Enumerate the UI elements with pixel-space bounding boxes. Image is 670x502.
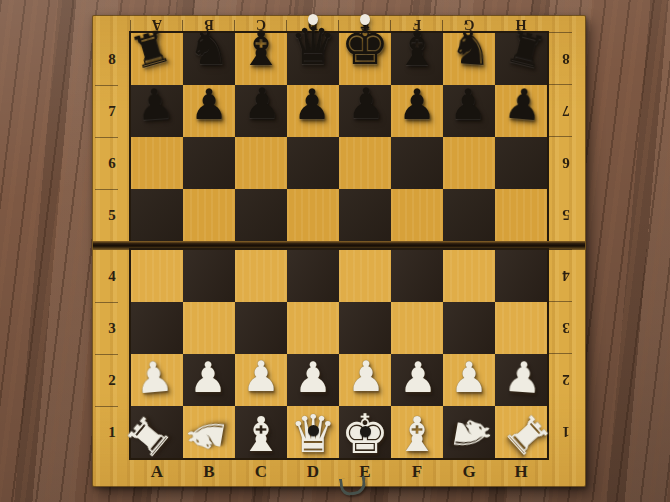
black-pawn[interactable]: ♟ xyxy=(495,77,551,133)
square-f2[interactable]: ♟ xyxy=(391,354,443,406)
rank-label-right-3: 3 xyxy=(547,302,585,354)
black-knight[interactable]: ♞ xyxy=(443,20,499,76)
square-f1[interactable]: ♝ xyxy=(391,406,443,458)
square-h3[interactable] xyxy=(495,302,547,354)
square-e2[interactable]: ♟ xyxy=(339,354,391,406)
rank-label-left-7: 7 xyxy=(93,85,131,137)
white-bishop[interactable]: ♝ xyxy=(235,408,287,460)
white-pawn[interactable]: ♟ xyxy=(392,352,444,404)
finial-ball-icon xyxy=(308,14,318,25)
square-g1[interactable]: ♞ xyxy=(443,406,495,458)
square-d1[interactable]: ♛ xyxy=(287,406,339,458)
board-hinge-seam xyxy=(93,241,585,250)
square-d7[interactable]: ♟ xyxy=(287,85,339,137)
white-pawn[interactable]: ♟ xyxy=(495,350,551,406)
square-e3[interactable] xyxy=(339,302,391,354)
square-c4[interactable] xyxy=(235,250,287,302)
white-pawn[interactable]: ♟ xyxy=(182,352,234,404)
white-pawn[interactable]: ♟ xyxy=(235,351,287,403)
square-g6[interactable] xyxy=(443,137,495,189)
rank-label-right-4: 4 xyxy=(547,250,585,302)
white-pawn[interactable]: ♟ xyxy=(126,350,182,406)
black-knight[interactable]: ♞ xyxy=(183,22,235,74)
square-h4[interactable] xyxy=(495,250,547,302)
square-g2[interactable]: ♟ xyxy=(443,354,495,406)
rank-label-right-5: 5 xyxy=(547,189,585,241)
finial-ball-icon xyxy=(308,425,319,436)
black-queen[interactable]: ♛ xyxy=(287,20,339,72)
black-pawn[interactable]: ♟ xyxy=(127,77,183,133)
rank-label-left-3: 3 xyxy=(93,302,131,354)
white-bishop[interactable]: ♝ xyxy=(391,408,443,460)
black-bishop[interactable]: ♝ xyxy=(235,22,287,74)
square-f6[interactable] xyxy=(391,137,443,189)
square-a3[interactable] xyxy=(131,302,183,354)
rank-label-right-7: 7 xyxy=(547,85,585,137)
rank-labels-right-top: 8765 xyxy=(547,33,585,241)
square-e6[interactable] xyxy=(339,137,391,189)
file-label-bottom-c: C xyxy=(235,459,287,486)
square-e4[interactable] xyxy=(339,250,391,302)
rank-label-left-4: 4 xyxy=(93,250,131,302)
square-a6[interactable] xyxy=(131,137,183,189)
black-pawn[interactable]: ♟ xyxy=(391,79,443,131)
black-king[interactable]: ♚ xyxy=(339,20,391,72)
square-a5[interactable] xyxy=(131,189,183,241)
table-surface: ABCDEFGH 8765 8765 ♜♞♝♛♚♝♞♜♟♟♟♟♟♟♟♟ 4321… xyxy=(0,0,670,502)
chess-board: ABCDEFGH 8765 8765 ♜♞♝♛♚♝♞♜♟♟♟♟♟♟♟♟ 4321… xyxy=(92,15,586,487)
finial-ball-icon xyxy=(360,426,371,437)
square-c5[interactable] xyxy=(235,189,287,241)
black-pawn[interactable]: ♟ xyxy=(340,78,392,130)
finial-ball-icon xyxy=(360,14,370,25)
rank-label-left-2: 2 xyxy=(93,354,131,406)
white-knight-tipped[interactable]: ♞ xyxy=(176,405,236,465)
square-f8[interactable]: ♝ xyxy=(391,33,443,85)
square-e7[interactable]: ♟ xyxy=(339,85,391,137)
black-bishop[interactable]: ♝ xyxy=(391,22,443,74)
black-pawn[interactable]: ♟ xyxy=(286,79,338,131)
black-pawn[interactable]: ♟ xyxy=(236,78,288,130)
square-b1[interactable]: ♞ xyxy=(183,406,235,458)
white-pawn[interactable]: ♟ xyxy=(340,351,392,403)
square-d6[interactable] xyxy=(287,137,339,189)
white-king[interactable]: ♚ xyxy=(339,409,391,461)
square-c6[interactable] xyxy=(235,137,287,189)
rank-label-right-2: 2 xyxy=(547,354,585,406)
square-d3[interactable] xyxy=(287,302,339,354)
square-g7[interactable]: ♟ xyxy=(443,85,495,137)
square-g4[interactable] xyxy=(443,250,495,302)
square-f4[interactable] xyxy=(391,250,443,302)
square-b7[interactable]: ♟ xyxy=(183,85,235,137)
square-e5[interactable] xyxy=(339,189,391,241)
square-h5[interactable] xyxy=(495,189,547,241)
square-f5[interactable] xyxy=(391,189,443,241)
square-a7[interactable]: ♟ xyxy=(131,85,183,137)
square-g8[interactable]: ♞ xyxy=(443,33,495,85)
square-d5[interactable] xyxy=(287,189,339,241)
square-f7[interactable]: ♟ xyxy=(391,85,443,137)
square-b3[interactable] xyxy=(183,302,235,354)
square-a2[interactable]: ♟ xyxy=(131,354,183,406)
square-h6[interactable] xyxy=(495,137,547,189)
square-g3[interactable] xyxy=(443,302,495,354)
square-b2[interactable]: ♟ xyxy=(183,354,235,406)
square-c2[interactable]: ♟ xyxy=(235,354,287,406)
rank-label-left-6: 6 xyxy=(93,137,131,189)
square-d8[interactable]: ♛ xyxy=(287,33,339,85)
square-h1[interactable]: ♜ xyxy=(495,406,547,458)
square-f3[interactable] xyxy=(391,302,443,354)
square-h2[interactable]: ♟ xyxy=(495,354,547,406)
square-d4[interactable] xyxy=(287,250,339,302)
white-pawn[interactable]: ♟ xyxy=(443,352,495,404)
square-b8[interactable]: ♞ xyxy=(183,33,235,85)
square-h7[interactable]: ♟ xyxy=(495,85,547,137)
file-label-bottom-f: F xyxy=(391,459,443,486)
square-e1[interactable]: ♚ xyxy=(339,406,391,458)
rank-label-right-6: 6 xyxy=(547,137,585,189)
square-b5[interactable] xyxy=(183,189,235,241)
rank-label-left-5: 5 xyxy=(93,189,131,241)
black-pawn[interactable]: ♟ xyxy=(183,79,235,131)
white-queen[interactable]: ♛ xyxy=(287,408,339,460)
square-c3[interactable] xyxy=(235,302,287,354)
square-b6[interactable] xyxy=(183,137,235,189)
square-c1[interactable]: ♝ xyxy=(235,406,287,458)
clasp-latch-icon xyxy=(339,475,367,496)
white-pawn[interactable]: ♟ xyxy=(287,352,339,404)
square-a4[interactable] xyxy=(131,250,183,302)
square-g5[interactable] xyxy=(443,189,495,241)
square-b4[interactable] xyxy=(183,250,235,302)
square-c7[interactable]: ♟ xyxy=(235,85,287,137)
board-top-half: ♜♞♝♛♚♝♞♜♟♟♟♟♟♟♟♟ xyxy=(131,33,547,241)
rank-labels-left-top: 8765 xyxy=(93,33,131,241)
black-pawn[interactable]: ♟ xyxy=(442,79,494,131)
board-bottom-half: ♟♟♟♟♟♟♟♟♜♞♝♛♚♝♞♜ xyxy=(131,250,547,458)
square-d2[interactable]: ♟ xyxy=(287,354,339,406)
